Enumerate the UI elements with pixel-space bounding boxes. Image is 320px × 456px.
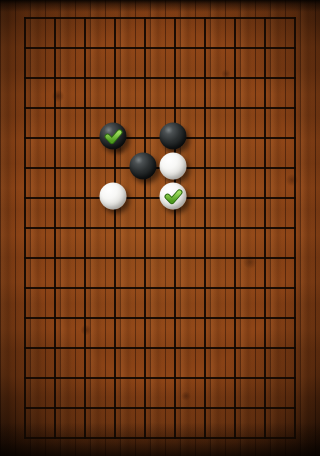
grid-line-horizontal (24, 257, 296, 259)
grid-line-horizontal (24, 287, 296, 289)
gomoku-screen (0, 0, 320, 456)
check-icon (104, 126, 123, 145)
grid-line-horizontal (24, 107, 296, 109)
stone-white (100, 183, 127, 210)
grid-line-horizontal (24, 227, 296, 229)
grid-line-horizontal (24, 77, 296, 79)
grid-line-horizontal (24, 407, 296, 409)
grid-line-horizontal (24, 317, 296, 319)
goban-board[interactable] (25, 18, 295, 438)
grid-line-horizontal (24, 47, 296, 49)
grid-line-horizontal (24, 437, 296, 439)
grid-line-horizontal (24, 17, 296, 19)
stone-black (160, 123, 187, 150)
stone-white (160, 153, 187, 180)
check-icon (164, 186, 183, 205)
grid-line-horizontal (24, 347, 296, 349)
stone-white-checked (160, 183, 187, 210)
grid-line-horizontal (24, 377, 296, 379)
stone-black (130, 153, 157, 180)
stone-black-checked (100, 123, 127, 150)
